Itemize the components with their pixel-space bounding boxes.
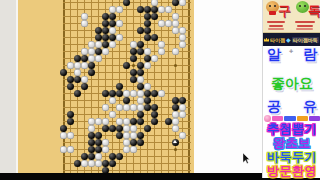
- banner-fine-print: [296, 28, 313, 30]
- white-stone: [81, 20, 88, 27]
- white-stone: [109, 27, 116, 34]
- black-stone: [74, 76, 81, 83]
- white-stone: [172, 27, 179, 34]
- mini-strip-text: [309, 116, 320, 121]
- white-stone: [179, 132, 186, 139]
- pink-mascot-icon: [264, 115, 271, 122]
- white-stone: [60, 132, 67, 139]
- white-stone: [60, 146, 67, 153]
- black-stone: [88, 146, 95, 153]
- black-stone: [151, 90, 158, 97]
- black-stone: [116, 83, 123, 90]
- black-stone: [144, 6, 151, 13]
- share-label: 유: [303, 99, 317, 114]
- white-stone: [74, 62, 81, 69]
- white-stone: [144, 48, 151, 55]
- black-stone: [137, 69, 144, 76]
- white-stone: [179, 111, 186, 118]
- white-stone: [116, 20, 123, 27]
- white-stone: [172, 20, 179, 27]
- share-button: 공유: [263, 99, 320, 114]
- white-stone: [179, 41, 186, 48]
- black-stone: [165, 118, 172, 125]
- black-stone: [88, 153, 95, 160]
- black-stone: [123, 0, 130, 6]
- black-stone: [67, 76, 74, 83]
- black-stone: [95, 27, 102, 34]
- black-stone: [102, 20, 109, 27]
- hoshi-point: [174, 148, 177, 151]
- board-line: [63, 72, 191, 73]
- white-stone: [151, 55, 158, 62]
- white-stone: [172, 13, 179, 20]
- black-stone: [102, 13, 109, 20]
- black-stone: [116, 153, 123, 160]
- black-stone: [179, 97, 186, 104]
- white-stone: [130, 125, 137, 132]
- white-stone: [137, 90, 144, 97]
- hoshi-point: [132, 64, 135, 67]
- black-stone: [130, 76, 137, 83]
- white-stone: [123, 90, 130, 97]
- black-stone: [116, 132, 123, 139]
- white-stone: [102, 48, 109, 55]
- black-stone: [95, 146, 102, 153]
- white-stone: [165, 6, 172, 13]
- player-name-bar: 타이젬 ◆ 타이젬바둑: [263, 33, 320, 46]
- white-stone: [172, 48, 179, 55]
- banner-fine-print: [269, 25, 283, 27]
- black-stone: [109, 20, 116, 27]
- white-stone: [130, 132, 137, 139]
- banner-fine-print: [295, 21, 315, 23]
- black-stone: [102, 41, 109, 48]
- white-stone: [123, 132, 130, 139]
- black-stone: [137, 27, 144, 34]
- white-stone: [109, 97, 116, 104]
- black-stone: [102, 27, 109, 34]
- black-stone: [67, 83, 74, 90]
- white-stone: [179, 27, 186, 34]
- mini-subscribe-strip: [264, 114, 320, 122]
- black-stone: [151, 6, 158, 13]
- white-stone: [67, 132, 74, 139]
- black-stone: [123, 62, 130, 69]
- white-stone: [137, 76, 144, 83]
- black-stone: [81, 83, 88, 90]
- white-stone: [137, 97, 144, 104]
- black-stone: [95, 48, 102, 55]
- white-stone: [130, 90, 137, 97]
- black-stone: [74, 160, 81, 167]
- white-stone: [102, 139, 109, 146]
- black-stone: [95, 34, 102, 41]
- black-stone: [172, 104, 179, 111]
- white-stone: [95, 41, 102, 48]
- mini-strip-text: [272, 116, 283, 121]
- white-stone: [109, 6, 116, 13]
- white-stone: [130, 104, 137, 111]
- black-stone: [172, 97, 179, 104]
- mini-strip-text: [297, 116, 308, 121]
- alarm-sparkle-icon: ✚: [289, 49, 294, 54]
- white-stone: [130, 41, 137, 48]
- black-stone: [130, 48, 137, 55]
- black-stone: [144, 104, 151, 111]
- black-stone: [137, 48, 144, 55]
- black-stone: [151, 111, 158, 118]
- white-stone: [158, 90, 165, 97]
- white-stone: [172, 118, 179, 125]
- board-line: [63, 37, 191, 38]
- white-stone: [102, 104, 109, 111]
- black-stone: [137, 83, 144, 90]
- stream-overlay-panel: 구 독 타이젬 ◆ 타이젬바둑 알람좋아요공유 ✚ 추첨뽑기왕초보바둑: [262, 0, 320, 178]
- black-stone: [74, 55, 81, 62]
- white-stone: [123, 125, 130, 132]
- black-stone: [74, 90, 81, 97]
- player-name-right: 타이젬바둑: [293, 37, 318, 43]
- white-stone: [88, 125, 95, 132]
- promo-line: 바둑두기: [263, 150, 320, 164]
- black-stone: [109, 125, 116, 132]
- diamond-icon: ◆: [286, 37, 291, 43]
- banner-fine-print: [268, 28, 284, 30]
- black-stone: [109, 160, 116, 167]
- subscribe-banner: 구 독: [263, 0, 320, 33]
- black-stone: [137, 132, 144, 139]
- cursor-pointer-icon: [243, 150, 251, 168]
- white-stone: [123, 104, 130, 111]
- black-stone: [109, 153, 116, 160]
- white-stone: [102, 118, 109, 125]
- white-stone: [88, 55, 95, 62]
- hoshi-point: [174, 64, 177, 67]
- white-stone: [67, 62, 74, 69]
- white-stone: [74, 69, 81, 76]
- share-label: 공: [267, 99, 281, 114]
- black-stone: [109, 34, 116, 41]
- black-stone: [144, 90, 151, 97]
- mini-strip-text: [284, 116, 295, 121]
- white-stone: [88, 160, 95, 167]
- white-stone: [158, 41, 165, 48]
- black-stone: [109, 13, 116, 20]
- alarm-label: 알: [267, 47, 281, 62]
- subscribe-char-left: 구: [278, 3, 291, 19]
- white-stone: [123, 146, 130, 153]
- last-move-stone: [172, 139, 179, 146]
- black-stone: [130, 139, 137, 146]
- white-stone: [88, 41, 95, 48]
- black-stone: [144, 55, 151, 62]
- black-stone: [88, 62, 95, 69]
- white-stone: [158, 6, 165, 13]
- white-stone: [81, 76, 88, 83]
- black-stone: [137, 41, 144, 48]
- video-frame: 구 독 타이젬 ◆ 타이젬바둑 알람좋아요공유 ✚ 추첨뽑기왕초보바둑: [0, 0, 320, 180]
- white-stone: [95, 160, 102, 167]
- promo-line: 방문환영: [263, 164, 320, 178]
- black-stone: [109, 90, 116, 97]
- black-stone: [67, 111, 74, 118]
- white-stone: [116, 104, 123, 111]
- white-stone: [172, 125, 179, 132]
- promo-lines: 추첨뽑기왕초보바둑두기방문환영: [263, 122, 320, 178]
- black-stone: [102, 160, 109, 167]
- white-stone: [116, 118, 123, 125]
- black-stone: [151, 104, 158, 111]
- white-stone: [109, 111, 116, 118]
- black-stone: [144, 27, 151, 34]
- black-stone: [151, 13, 158, 20]
- black-stone: [144, 97, 151, 104]
- white-stone: [116, 34, 123, 41]
- white-stone: [67, 146, 74, 153]
- banner-fine-print: [267, 21, 285, 23]
- white-stone: [88, 118, 95, 125]
- white-stone: [95, 153, 102, 160]
- black-stone: [137, 139, 144, 146]
- black-stone: [95, 132, 102, 139]
- black-stone: [102, 90, 109, 97]
- black-stone: [130, 69, 137, 76]
- black-stone: [60, 125, 67, 132]
- board-line: [63, 9, 191, 10]
- white-stone: [81, 48, 88, 55]
- white-stone: [172, 111, 179, 118]
- white-stone: [179, 34, 186, 41]
- promo-line: 왕초보: [263, 136, 320, 150]
- banner-fine-print: [297, 25, 313, 27]
- white-stone: [137, 104, 144, 111]
- white-stone: [116, 6, 123, 13]
- black-stone: [81, 153, 88, 160]
- white-stone: [158, 48, 165, 55]
- black-stone: [116, 90, 123, 97]
- subscribe-char-right: 독: [308, 3, 320, 19]
- white-stone: [144, 83, 151, 90]
- white-stone: [102, 146, 109, 153]
- white-stone: [179, 0, 186, 6]
- black-stone: [102, 125, 109, 132]
- black-stone: [144, 34, 151, 41]
- black-stone: [151, 34, 158, 41]
- black-stone: [95, 139, 102, 146]
- black-stone: [88, 139, 95, 146]
- white-stone: [109, 41, 116, 48]
- alarm-label: 람: [303, 47, 317, 62]
- board-line: [63, 170, 191, 171]
- black-stone: [172, 0, 179, 6]
- white-stone: [151, 0, 158, 6]
- promo-line: 추첨뽑기: [263, 122, 320, 136]
- black-stone: [137, 111, 144, 118]
- black-stone: [137, 118, 144, 125]
- white-stone: [81, 13, 88, 20]
- black-stone: [67, 118, 74, 125]
- white-stone: [95, 118, 102, 125]
- white-stone: [123, 118, 130, 125]
- empty-desktop-strip: [194, 0, 262, 180]
- white-stone: [165, 20, 172, 27]
- black-stone: [144, 20, 151, 27]
- black-stone: [88, 69, 95, 76]
- black-stone: [81, 55, 88, 62]
- black-stone: [137, 6, 144, 13]
- black-stone: [137, 62, 144, 69]
- black-stone: [123, 97, 130, 104]
- black-stone: [116, 125, 123, 132]
- white-stone: [179, 104, 186, 111]
- black-stone: [60, 69, 67, 76]
- white-stone: [130, 146, 137, 153]
- black-stone: [144, 125, 151, 132]
- black-stone: [130, 118, 137, 125]
- like-button: 좋아요: [263, 74, 320, 92]
- white-stone: [158, 20, 165, 27]
- white-stone: [144, 62, 151, 69]
- player-name-left: 타이젬: [270, 37, 285, 43]
- white-stone: [123, 139, 130, 146]
- black-stone: [102, 34, 109, 41]
- white-stone: [81, 62, 88, 69]
- white-stone: [81, 160, 88, 167]
- crown-icon: [264, 38, 269, 42]
- board-line: [63, 44, 191, 45]
- white-stone: [95, 55, 102, 62]
- black-stone: [130, 55, 137, 62]
- last-move-marker-icon: [173, 140, 177, 143]
- black-stone: [144, 13, 151, 20]
- black-stone: [88, 132, 95, 139]
- scarf-icon: [269, 11, 276, 15]
- black-stone: [151, 118, 158, 125]
- like-label: 좋아요: [271, 75, 313, 91]
- white-stone: [88, 48, 95, 55]
